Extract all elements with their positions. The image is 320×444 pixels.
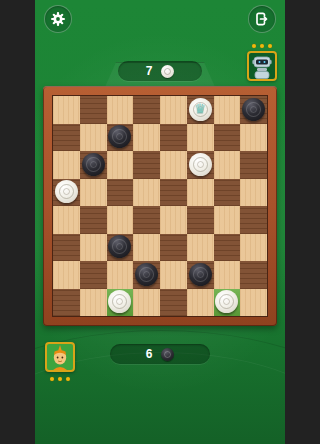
player-stars	[45, 377, 75, 381]
board-cell-r4c1[interactable]	[53, 179, 80, 207]
board-cell-r3c7[interactable]	[214, 151, 241, 179]
board-cell-r8c2[interactable]	[80, 289, 107, 317]
white-man-piece[interactable]	[215, 290, 238, 313]
board-cell-r6c5[interactable]	[160, 234, 187, 262]
board-cell-r3c1[interactable]	[53, 151, 80, 179]
white-king-piece[interactable]: ♛	[189, 98, 212, 121]
exit-icon	[254, 11, 270, 27]
black-man-piece[interactable]	[82, 153, 105, 176]
board-cell-r4c8[interactable]	[240, 179, 267, 207]
board-grid: ♛	[52, 95, 268, 317]
settings-button[interactable]	[44, 5, 72, 33]
board-cell-r4c5[interactable]	[160, 179, 187, 207]
board-cell-r1c4[interactable]	[133, 96, 160, 124]
board-cell-r5c2[interactable]	[80, 206, 107, 234]
board-cell-r2c6[interactable]	[187, 124, 214, 152]
board-cell-r2c7[interactable]	[214, 124, 241, 152]
star-dot	[260, 44, 264, 48]
board-cell-r1c5[interactable]	[160, 96, 187, 124]
opponent-score-bar: 7	[118, 61, 202, 81]
king-crown-icon: ♛	[189, 102, 212, 115]
board-cell-r8c6[interactable]	[187, 289, 214, 317]
black-checker-icon	[161, 348, 174, 361]
gear-icon	[50, 11, 66, 27]
board-cell-r3c8[interactable]	[240, 151, 267, 179]
board-cell-r6c6[interactable]	[187, 234, 214, 262]
board-cell-r2c5[interactable]	[160, 124, 187, 152]
board-cell-r7c3[interactable]	[107, 261, 134, 289]
opponent-stars	[247, 44, 277, 48]
board-cell-r5c6[interactable]	[187, 206, 214, 234]
board-cell-r1c3[interactable]	[107, 96, 134, 124]
opponent-score-value: 7	[146, 64, 153, 78]
board-cell-r1c8[interactable]	[240, 96, 267, 124]
board-cell-r4c2[interactable]	[80, 179, 107, 207]
black-man-piece[interactable]	[135, 263, 158, 286]
board-cell-r4c6[interactable]	[187, 179, 214, 207]
board-cell-r5c3[interactable]	[107, 206, 134, 234]
board-cell-r5c1[interactable]	[53, 206, 80, 234]
board-cell-r6c7[interactable]	[214, 234, 241, 262]
board-cell-r1c6[interactable]: ♛	[187, 96, 214, 124]
player-score-bar: 6	[110, 344, 210, 364]
star-dot	[252, 44, 256, 48]
board-cell-r1c1[interactable]	[53, 96, 80, 124]
robot-icon	[249, 53, 275, 79]
white-man-piece[interactable]	[108, 290, 131, 313]
checkers-board: ♛	[43, 86, 277, 326]
board-cell-r3c3[interactable]	[107, 151, 134, 179]
board-cell-r7c2[interactable]	[80, 261, 107, 289]
board-cell-r8c3[interactable]	[107, 289, 134, 317]
white-checker-icon	[161, 65, 174, 78]
white-man-piece[interactable]	[189, 153, 212, 176]
board-cell-r3c6[interactable]	[187, 151, 214, 179]
king-character-icon	[47, 344, 73, 371]
board-cell-r8c8[interactable]	[240, 289, 267, 317]
star-dot	[268, 44, 272, 48]
black-man-piece[interactable]	[242, 98, 265, 121]
black-man-piece[interactable]	[108, 125, 131, 148]
opponent-avatar[interactable]	[247, 51, 277, 81]
board-cell-r3c2[interactable]	[80, 151, 107, 179]
game-screen: 7 ♛ 6	[35, 0, 285, 444]
board-cell-r3c5[interactable]	[160, 151, 187, 179]
board-cell-r4c3[interactable]	[107, 179, 134, 207]
board-cell-r7c6[interactable]	[187, 261, 214, 289]
board-cell-r2c1[interactable]	[53, 124, 80, 152]
star-dot	[58, 377, 62, 381]
board-cell-r8c7[interactable]	[214, 289, 241, 317]
board-cell-r7c7[interactable]	[214, 261, 241, 289]
player-score-value: 6	[146, 347, 153, 361]
black-man-piece[interactable]	[189, 263, 212, 286]
star-dot	[66, 377, 70, 381]
board-cell-r7c5[interactable]	[160, 261, 187, 289]
board-cell-r2c8[interactable]	[240, 124, 267, 152]
board-cell-r5c4[interactable]	[133, 206, 160, 234]
board-cell-r6c8[interactable]	[240, 234, 267, 262]
board-cell-r1c7[interactable]	[214, 96, 241, 124]
board-cell-r8c4[interactable]	[133, 289, 160, 317]
board-cell-r7c4[interactable]	[133, 261, 160, 289]
board-cell-r7c8[interactable]	[240, 261, 267, 289]
board-cell-r6c4[interactable]	[133, 234, 160, 262]
board-cell-r5c5[interactable]	[160, 206, 187, 234]
board-cell-r4c7[interactable]	[214, 179, 241, 207]
board-cell-r2c4[interactable]	[133, 124, 160, 152]
board-cell-r8c5[interactable]	[160, 289, 187, 317]
black-man-piece[interactable]	[108, 235, 131, 258]
board-cell-r8c1[interactable]	[53, 289, 80, 317]
white-man-piece[interactable]	[55, 180, 78, 203]
board-cell-r2c2[interactable]	[80, 124, 107, 152]
player-avatar[interactable]	[45, 342, 75, 372]
board-cell-r3c4[interactable]	[133, 151, 160, 179]
board-cell-r6c2[interactable]	[80, 234, 107, 262]
board-cell-r6c3[interactable]	[107, 234, 134, 262]
star-dot	[50, 377, 54, 381]
board-cell-r7c1[interactable]	[53, 261, 80, 289]
board-cell-r6c1[interactable]	[53, 234, 80, 262]
board-cell-r5c8[interactable]	[240, 206, 267, 234]
board-cell-r5c7[interactable]	[214, 206, 241, 234]
exit-button[interactable]	[248, 5, 276, 33]
board-cell-r2c3[interactable]	[107, 124, 134, 152]
board-cell-r4c4[interactable]	[133, 179, 160, 207]
board-cell-r1c2[interactable]	[80, 96, 107, 124]
